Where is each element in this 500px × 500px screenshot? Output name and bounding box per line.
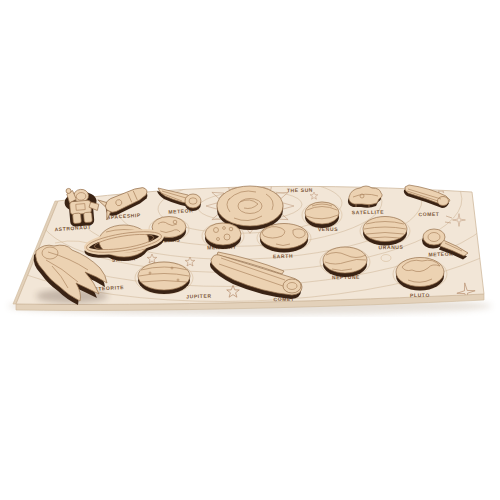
piece-earth[interactable]	[260, 224, 308, 253]
product-photo: ASTRONAUT SPACESHIP METEOR MARS SATURN T…	[0, 0, 500, 500]
label-satellite: SATELLITE	[352, 209, 384, 216]
piece-jupiter[interactable]	[138, 262, 190, 294]
piece-venus[interactable]	[305, 202, 339, 228]
piece-pluto[interactable]	[396, 258, 444, 291]
piece-mercury[interactable]	[205, 223, 241, 249]
label-the-sun: THE SUN	[287, 187, 313, 193]
piece-neptune[interactable]	[323, 247, 367, 277]
label-comet-top: COMET	[418, 211, 439, 217]
label-jupiter: JUPITER	[186, 293, 212, 300]
puzzle-scene: ASTRONAUT SPACESHIP METEOR MARS SATURN T…	[0, 0, 500, 500]
piece-uranus[interactable]	[363, 217, 407, 246]
label-earth: EARTH	[273, 253, 293, 260]
label-pluto: PLUTO	[410, 292, 430, 298]
